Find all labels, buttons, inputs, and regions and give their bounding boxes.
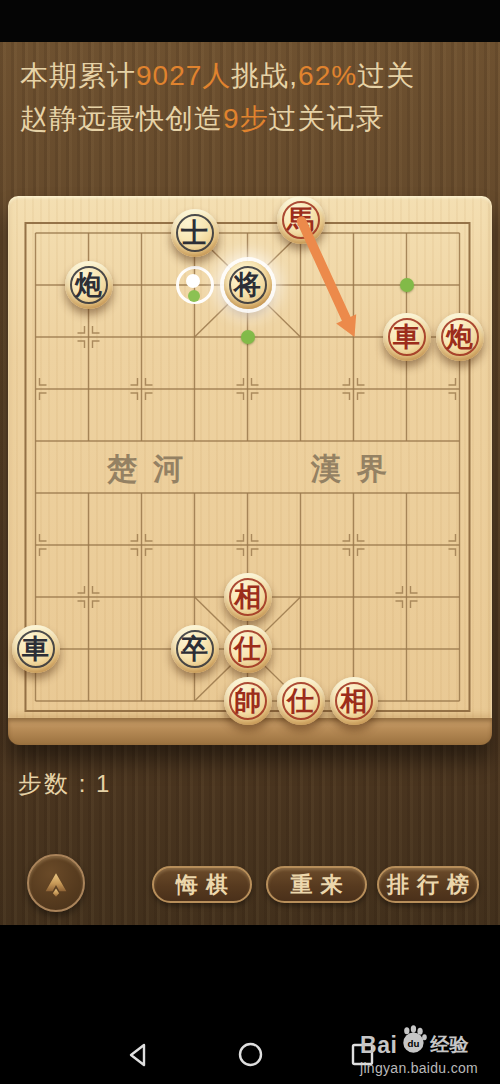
piece-red-仕[interactable]: 仕	[277, 677, 325, 725]
move-hint-dot[interactable]	[400, 278, 414, 292]
ranking-button[interactable]: 排行榜	[377, 866, 479, 903]
piece-black-士[interactable]: 士	[171, 209, 219, 257]
baidu-jingyan-watermark: Bai du 经验 jingyan.baidu.com	[360, 1031, 478, 1076]
restart-button-label: 重来	[291, 870, 351, 900]
piece-glyph: 炮	[75, 271, 102, 298]
svg-text:du: du	[408, 1038, 420, 1049]
stats-segment: 本期累计	[20, 60, 136, 91]
piece-glyph: 帥	[234, 687, 261, 714]
board-grid[interactable]: 士馬炮将車炮相車卒仕帥仕相	[9, 207, 486, 727]
stats-line-2: 赵静远最快创造9步过关记录	[20, 97, 415, 140]
chevron-up-icon	[36, 863, 76, 903]
piece-black-炮[interactable]: 炮	[65, 261, 113, 309]
status-bar	[0, 0, 500, 42]
stats-segment: 62%	[298, 60, 357, 91]
stats-segment: 9027人	[136, 60, 231, 91]
step-counter-value: 1	[96, 770, 111, 797]
baidu-paw-icon: du	[398, 1025, 428, 1055]
stats-segment: 过关记录	[269, 103, 385, 134]
stats-segment: 赵静远最快创造	[20, 103, 223, 134]
piece-glyph: 卒	[181, 635, 208, 662]
piece-red-馬[interactable]: 馬	[277, 196, 325, 244]
restart-button[interactable]: 重来	[266, 866, 367, 903]
back-icon[interactable]	[125, 1042, 151, 1068]
watermark-bai: Bai	[360, 1032, 397, 1059]
challenge-stats: 本期累计9027人挑战,62%过关 赵静远最快创造9步过关记录	[20, 54, 415, 140]
step-counter: 步数 : 1	[18, 768, 111, 800]
android-navigation-bar: Bai du 经验 jingyan.baidu.com	[0, 925, 500, 1084]
home-icon[interactable]	[237, 1041, 264, 1068]
collapse-panel-button[interactable]	[27, 854, 85, 912]
piece-black-車[interactable]: 車	[12, 625, 60, 673]
piece-glyph: 馬	[287, 206, 314, 233]
stats-segment: 挑战,	[231, 60, 298, 91]
step-counter-label: 步数 :	[18, 770, 87, 797]
piece-black-卒[interactable]: 卒	[171, 625, 219, 673]
piece-red-相[interactable]: 相	[330, 677, 378, 725]
undo-button-label: 悔棋	[176, 870, 236, 900]
undo-button[interactable]: 悔棋	[152, 866, 252, 903]
piece-red-帥[interactable]: 帥	[224, 677, 272, 725]
game-area: 本期累计9027人挑战,62%过关 赵静远最快创造9步过关记录 楚河 漢界 士馬…	[0, 42, 500, 925]
piece-glyph: 車	[22, 635, 49, 662]
watermark-url: jingyan.baidu.com	[360, 1060, 478, 1076]
piece-black-将[interactable]: 将	[224, 261, 272, 309]
piece-red-車[interactable]: 車	[383, 313, 431, 361]
ranking-button-label: 排行榜	[387, 870, 477, 900]
piece-glyph: 将	[234, 271, 261, 298]
xiangqi-board: 楚河 漢界 士馬炮将車炮相車卒仕帥仕相	[8, 196, 492, 745]
stats-line-1: 本期累计9027人挑战,62%过关	[20, 54, 415, 97]
piece-red-相[interactable]: 相	[224, 573, 272, 621]
phone-screen: 本期累计9027人挑战,62%过关 赵静远最快创造9步过关记录 楚河 漢界 士馬…	[0, 0, 500, 1084]
piece-glyph: 相	[234, 583, 261, 610]
piece-glyph: 士	[181, 219, 208, 246]
watermark-jingyan: 经验	[430, 1032, 468, 1058]
move-hint-ring[interactable]	[176, 266, 214, 304]
move-hint-dot[interactable]	[241, 330, 255, 344]
piece-glyph: 炮	[446, 323, 473, 350]
piece-glyph: 仕	[287, 687, 314, 714]
piece-red-仕[interactable]: 仕	[224, 625, 272, 673]
piece-red-炮[interactable]: 炮	[436, 313, 484, 361]
piece-glyph: 相	[340, 687, 367, 714]
piece-glyph: 仕	[234, 635, 261, 662]
stats-segment: 过关	[357, 60, 415, 91]
stats-segment: 9步	[223, 103, 269, 134]
piece-glyph: 車	[393, 323, 420, 350]
